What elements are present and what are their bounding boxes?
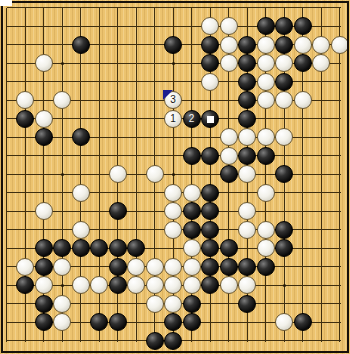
black-stone[interactable] — [220, 258, 238, 276]
star-point — [61, 284, 64, 287]
black-stone[interactable] — [201, 110, 219, 128]
white-stone[interactable] — [16, 258, 34, 276]
white-stone[interactable] — [238, 202, 256, 220]
black-stone[interactable] — [201, 147, 219, 165]
white-stone[interactable] — [146, 165, 164, 183]
black-stone[interactable] — [35, 128, 53, 146]
white-stone[interactable] — [53, 258, 71, 276]
white-stone[interactable] — [257, 184, 275, 202]
black-stone[interactable] — [183, 147, 201, 165]
white-stone[interactable] — [201, 17, 219, 35]
white-stone[interactable] — [164, 202, 182, 220]
black-stone[interactable] — [220, 239, 238, 257]
white-stone[interactable] — [35, 110, 53, 128]
black-stone[interactable] — [201, 276, 219, 294]
white-stone[interactable] — [275, 54, 293, 72]
black-stone[interactable] — [127, 239, 145, 257]
white-stone[interactable] — [53, 295, 71, 313]
white-stone[interactable] — [331, 36, 349, 54]
black-stone[interactable] — [275, 165, 293, 183]
black-stone[interactable] — [275, 221, 293, 239]
white-stone[interactable] — [183, 239, 201, 257]
black-stone[interactable] — [183, 295, 201, 313]
white-stone[interactable] — [146, 276, 164, 294]
black-stone[interactable] — [109, 239, 127, 257]
white-stone[interactable] — [72, 221, 90, 239]
black-stone[interactable] — [90, 313, 108, 331]
black-stone[interactable] — [164, 313, 182, 331]
white-stone[interactable] — [72, 184, 90, 202]
black-stone[interactable] — [16, 110, 34, 128]
white-stone[interactable] — [275, 91, 293, 109]
move-number-label: 2 — [184, 111, 200, 127]
white-stone[interactable] — [220, 128, 238, 146]
white-stone[interactable] — [90, 276, 108, 294]
black-stone[interactable] — [201, 184, 219, 202]
black-stone[interactable] — [35, 239, 53, 257]
black-stone[interactable] — [201, 54, 219, 72]
black-stone[interactable] — [294, 17, 312, 35]
white-stone[interactable] — [275, 128, 293, 146]
black-stone[interactable] — [275, 36, 293, 54]
white-stone[interactable] — [183, 184, 201, 202]
black-stone[interactable] — [72, 36, 90, 54]
white-stone[interactable] — [53, 91, 71, 109]
white-stone[interactable] — [257, 221, 275, 239]
white-stone[interactable] — [146, 295, 164, 313]
white-stone[interactable] — [220, 17, 238, 35]
white-stone[interactable] — [238, 276, 256, 294]
white-stone[interactable] — [35, 276, 53, 294]
black-stone[interactable] — [275, 17, 293, 35]
white-stone[interactable] — [35, 202, 53, 220]
black-stone[interactable] — [109, 258, 127, 276]
white-stone[interactable] — [183, 258, 201, 276]
white-stone[interactable] — [294, 36, 312, 54]
white-stone[interactable] — [220, 36, 238, 54]
black-stone[interactable] — [238, 147, 256, 165]
black-stone[interactable] — [294, 54, 312, 72]
star-point — [172, 62, 175, 65]
black-stone[interactable] — [238, 91, 256, 109]
grid-line-horizontal — [7, 155, 341, 156]
black-stone[interactable] — [16, 276, 34, 294]
black-stone[interactable] — [238, 258, 256, 276]
white-stone[interactable] — [164, 221, 182, 239]
white-stone[interactable] — [146, 258, 164, 276]
black-stone[interactable] — [183, 221, 201, 239]
white-stone[interactable] — [238, 221, 256, 239]
move-number-label: 1 — [165, 111, 181, 127]
black-stone[interactable] — [90, 239, 108, 257]
black-stone[interactable] — [275, 239, 293, 257]
star-point — [61, 62, 64, 65]
black-stone[interactable] — [109, 276, 127, 294]
white-stone[interactable]: 1 — [164, 110, 182, 128]
white-stone[interactable] — [257, 54, 275, 72]
white-stone[interactable] — [220, 276, 238, 294]
star-point — [172, 173, 175, 176]
go-app-window: 312 — [0, 0, 350, 354]
white-stone[interactable] — [164, 184, 182, 202]
white-stone[interactable] — [72, 276, 90, 294]
white-stone[interactable] — [183, 276, 201, 294]
black-stone[interactable] — [238, 73, 256, 91]
black-stone[interactable] — [257, 258, 275, 276]
white-stone[interactable] — [220, 147, 238, 165]
black-stone[interactable]: 2 — [183, 110, 201, 128]
white-stone[interactable] — [16, 91, 34, 109]
window-corner-artifact — [0, 0, 12, 6]
white-stone[interactable] — [312, 54, 330, 72]
black-stone[interactable] — [164, 332, 182, 350]
black-stone[interactable] — [109, 202, 127, 220]
white-stone[interactable] — [257, 91, 275, 109]
white-stone[interactable] — [275, 313, 293, 331]
black-stone[interactable] — [35, 258, 53, 276]
white-stone[interactable] — [238, 165, 256, 183]
black-stone[interactable] — [201, 202, 219, 220]
white-stone[interactable]: 3 — [164, 91, 182, 109]
white-stone[interactable] — [220, 54, 238, 72]
black-stone[interactable] — [201, 258, 219, 276]
black-stone[interactable] — [109, 313, 127, 331]
black-stone[interactable] — [275, 73, 293, 91]
black-stone[interactable] — [72, 239, 90, 257]
white-stone[interactable] — [109, 165, 127, 183]
grid-line-vertical — [339, 8, 340, 342]
black-stone[interactable] — [201, 36, 219, 54]
white-stone[interactable] — [164, 276, 182, 294]
white-stone[interactable] — [294, 91, 312, 109]
star-point — [61, 173, 64, 176]
white-stone[interactable] — [257, 36, 275, 54]
black-stone[interactable] — [164, 36, 182, 54]
black-stone[interactable] — [201, 221, 219, 239]
black-stone[interactable] — [238, 110, 256, 128]
white-stone[interactable] — [257, 73, 275, 91]
square-marker — [207, 116, 214, 123]
white-stone[interactable] — [257, 239, 275, 257]
black-stone[interactable] — [146, 332, 164, 350]
black-stone[interactable] — [53, 239, 71, 257]
black-stone[interactable] — [72, 128, 90, 146]
grid-line-vertical — [6, 8, 7, 342]
white-stone[interactable] — [35, 54, 53, 72]
black-stone[interactable] — [183, 313, 201, 331]
black-stone[interactable] — [238, 295, 256, 313]
black-stone[interactable] — [238, 36, 256, 54]
black-stone[interactable] — [238, 54, 256, 72]
white-stone[interactable] — [257, 128, 275, 146]
black-stone[interactable] — [183, 202, 201, 220]
white-stone[interactable] — [312, 36, 330, 54]
black-stone[interactable] — [257, 17, 275, 35]
black-stone[interactable] — [220, 165, 238, 183]
black-stone[interactable] — [35, 295, 53, 313]
white-stone[interactable] — [164, 295, 182, 313]
white-stone[interactable] — [238, 128, 256, 146]
white-stone[interactable] — [201, 73, 219, 91]
black-stone[interactable] — [35, 313, 53, 331]
go-board[interactable]: 312 — [0, 0, 350, 354]
black-stone[interactable] — [201, 239, 219, 257]
black-stone[interactable] — [294, 313, 312, 331]
star-point — [283, 284, 286, 287]
white-stone[interactable] — [127, 258, 145, 276]
white-stone[interactable] — [53, 313, 71, 331]
black-stone[interactable] — [257, 147, 275, 165]
grid-line-horizontal — [7, 7, 341, 8]
white-stone[interactable] — [127, 276, 145, 294]
white-stone[interactable] — [164, 258, 182, 276]
